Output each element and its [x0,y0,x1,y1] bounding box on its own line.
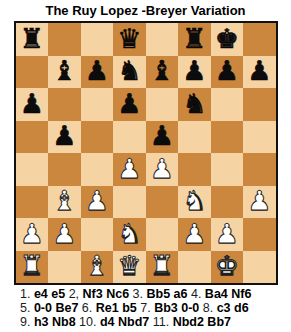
square-f2: ♟ [178,218,211,251]
piece-white-pawn: ♟ [150,155,174,182]
square-f1 [178,251,211,284]
piece-white-pawn: ♟ [85,187,109,214]
square-b6 [48,88,81,121]
move-text: d4 Nbd7 [100,315,149,329]
move-number: 11. [149,315,172,329]
move-number: 6. [78,301,95,315]
square-h2 [243,218,276,251]
piece-white-pawn: ♟ [20,220,44,247]
move-list-line-3: 9. h3 Nb8 10. d4 Nbd7 11. Nbd2 Bb7 [20,315,291,329]
square-e8 [146,23,179,56]
move-text: Nf3 Nc6 [83,287,130,301]
square-h7: ♟ [243,56,276,89]
square-g2: ♟ [211,218,244,251]
square-h8 [243,23,276,56]
move-text: Re1 b5 [96,301,137,315]
move-text: h3 Nb8 [34,315,76,329]
square-e1: ♜ [146,251,179,284]
square-h3: ♟ [243,186,276,219]
move-text: Bb3 0-0 [154,301,199,315]
move-list: 1. e4 e5 2, Nf3 Nc6 3. Bb5 a6 4. Ba4 Nf6… [0,285,291,329]
square-g5 [211,121,244,154]
square-a4 [16,153,49,186]
move-list-line-1: 1. e4 e5 2, Nf3 Nc6 3. Bb5 a6 4. Ba4 Nf6 [20,287,291,301]
square-h5 [243,121,276,154]
square-c3: ♟ [81,186,114,219]
square-c4 [81,153,114,186]
piece-black-knight: ♞ [117,57,141,84]
square-f8: ♜ [178,23,211,56]
square-c1: ♝ [81,251,114,284]
move-text: Nbd2 Bb7 [173,315,231,329]
square-h6 [243,88,276,121]
square-g4 [211,153,244,186]
piece-white-rook: ♜ [150,252,174,279]
square-d5 [113,121,146,154]
square-d1: ♛ [113,251,146,284]
square-g8: ♚ [211,23,244,56]
square-e2 [146,218,179,251]
square-d4: ♟ [113,153,146,186]
square-c5 [81,121,114,154]
square-c8 [81,23,114,56]
square-e7: ♝ [146,56,179,89]
piece-black-rook: ♜ [20,25,44,52]
square-c2 [81,218,114,251]
square-a1: ♜ [16,251,49,284]
square-d2: ♞ [113,218,146,251]
move-number: 1. [20,287,34,301]
move-number: 10. [76,315,100,329]
square-f6: ♞ [178,88,211,121]
piece-white-king: ♚ [215,252,239,279]
piece-white-pawn: ♟ [215,220,239,247]
piece-black-queen: ♛ [117,25,141,52]
piece-black-bishop: ♝ [52,57,76,84]
piece-white-knight: ♞ [182,187,206,214]
square-b8 [48,23,81,56]
piece-black-pawn: ♟ [247,57,271,84]
square-e4: ♟ [146,153,179,186]
square-f3: ♞ [178,186,211,219]
piece-white-queen: ♛ [117,252,141,279]
square-g1: ♚ [211,251,244,284]
square-g6 [211,88,244,121]
piece-black-pawn: ♟ [20,90,44,117]
diagram-title: The Ruy Lopez -Breyer Variation [0,0,291,20]
move-text: c3 d6 [217,301,249,315]
move-number: 7. [137,301,154,315]
square-a8: ♜ [16,23,49,56]
chess-board: ♜♛♜♚♝♟♞♝♟♟♟♟♟♞♟♟♟♟♝♟♞♟♟♟♞♟♟♜♝♛♜♚ [14,21,278,285]
move-list-line-2: 5. 0-0 Be7 6. Re1 b5 7. Bb3 0-0 8. c3 d6 [20,301,291,315]
piece-black-pawn: ♟ [182,57,206,84]
piece-white-bishop: ♝ [85,252,109,279]
square-e5: ♟ [146,121,179,154]
square-h1 [243,251,276,284]
piece-white-rook: ♜ [20,252,44,279]
move-number: 3. [129,287,146,301]
piece-black-pawn: ♟ [215,57,239,84]
square-b1 [48,251,81,284]
square-e6 [146,88,179,121]
move-text: Bb5 a6 [146,287,187,301]
square-d7: ♞ [113,56,146,89]
piece-black-pawn: ♟ [85,57,109,84]
piece-white-pawn: ♟ [247,187,271,214]
piece-white-pawn: ♟ [52,220,76,247]
square-d6: ♟ [113,88,146,121]
move-number: 8. [199,301,216,315]
square-f4 [178,153,211,186]
square-a5 [16,121,49,154]
move-number: 9. [20,315,34,329]
square-f5 [178,121,211,154]
piece-black-pawn: ♟ [117,90,141,117]
square-b2: ♟ [48,218,81,251]
piece-white-bishop: ♝ [52,187,76,214]
square-c7: ♟ [81,56,114,89]
piece-black-king: ♚ [215,25,239,52]
square-c6 [81,88,114,121]
piece-black-knight: ♞ [182,90,206,117]
square-d3 [113,186,146,219]
square-g7: ♟ [211,56,244,89]
square-b3: ♝ [48,186,81,219]
square-a7 [16,56,49,89]
piece-black-pawn: ♟ [150,122,174,149]
piece-black-rook: ♜ [182,25,206,52]
square-g3 [211,186,244,219]
move-text: Ba4 Nf6 [205,287,252,301]
move-text: e4 e5 [34,287,65,301]
piece-white-knight: ♞ [117,220,141,247]
piece-white-pawn: ♟ [182,220,206,247]
square-b4 [48,153,81,186]
piece-white-pawn: ♟ [117,155,141,182]
square-e3 [146,186,179,219]
square-f7: ♟ [178,56,211,89]
square-b5: ♟ [48,121,81,154]
move-number: 5. [20,301,34,315]
square-b7: ♝ [48,56,81,89]
square-a2: ♟ [16,218,49,251]
square-a6: ♟ [16,88,49,121]
move-text: 0-0 Be7 [34,301,78,315]
piece-black-pawn: ♟ [52,122,76,149]
move-number: 2, [65,287,82,301]
square-h4 [243,153,276,186]
square-a3 [16,186,49,219]
move-number: 4. [187,287,204,301]
piece-black-bishop: ♝ [150,57,174,84]
square-d8: ♛ [113,23,146,56]
